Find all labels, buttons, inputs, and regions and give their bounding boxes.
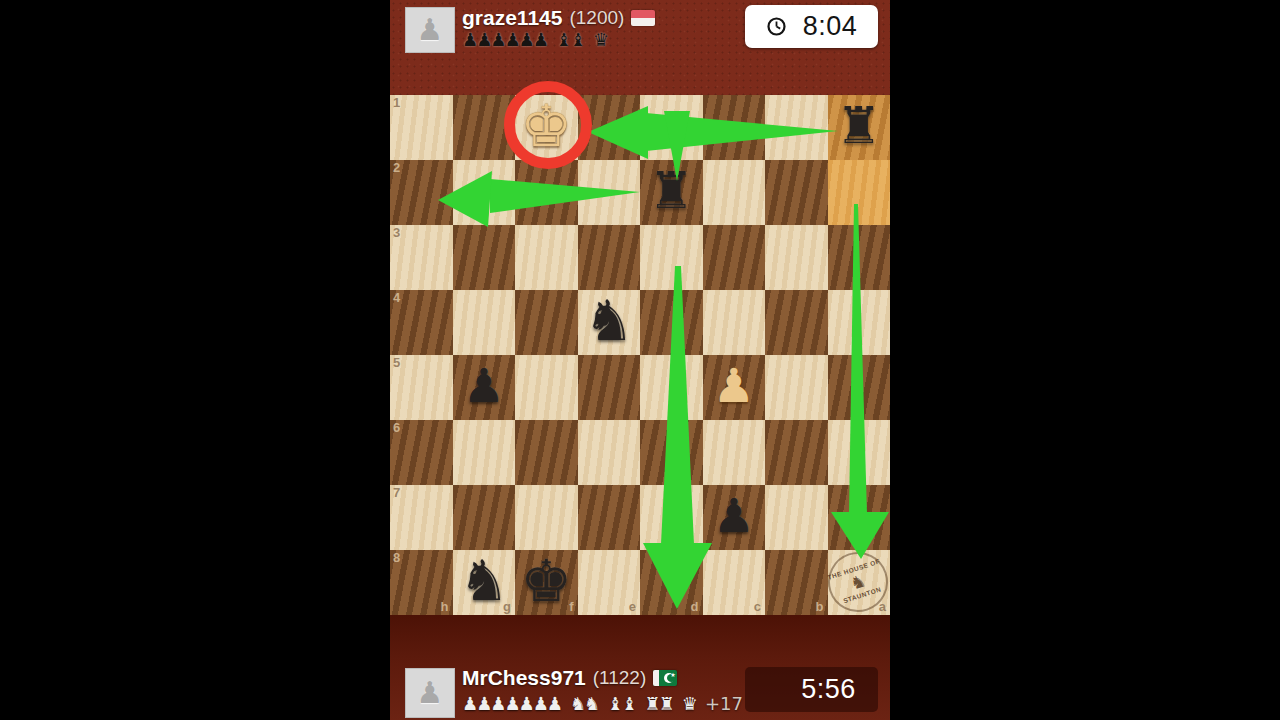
rank-label-4: 4 [393, 291, 400, 304]
square-c3[interactable] [703, 225, 766, 290]
black-pawn-g5: ♟ [463, 362, 505, 409]
square-d6[interactable] [640, 420, 703, 485]
top-player-info: graze1145 (1200) [462, 6, 655, 30]
square-d2[interactable]: ♜ [640, 160, 703, 225]
square-b2[interactable] [765, 160, 828, 225]
square-a4[interactable] [828, 290, 891, 355]
top-captured-pieces: ♟♟♟♟♟♟♝♝♛ [462, 31, 607, 49]
square-g8[interactable]: g♞ [453, 550, 516, 615]
square-f4[interactable] [515, 290, 578, 355]
square-d8[interactable]: d [640, 550, 703, 615]
square-f2[interactable] [515, 160, 578, 225]
chess-board: 1♚♜2♜34♞5♟♟67♟8hg♞f♚edcbaTHE HOUSE OF♞ST… [390, 95, 890, 615]
black-rook-d2: ♜ [648, 165, 694, 216]
black-knight-e4: ♞ [584, 293, 634, 349]
square-c8[interactable]: c [703, 550, 766, 615]
bottom-player-clock: 5:56 [745, 667, 878, 712]
indonesia-flag-icon [631, 10, 655, 26]
square-a2[interactable] [828, 160, 891, 225]
bottom-player-info: MrChess971 (1122) ★ [462, 666, 677, 690]
rank-label-6: 6 [393, 421, 400, 434]
square-d4[interactable] [640, 290, 703, 355]
black-pawn-c7: ♟ [713, 492, 755, 539]
avatar-bottom-player[interactable]: ♟ [405, 668, 455, 718]
rank-label-3: 3 [393, 226, 400, 239]
square-c5[interactable]: ♟ [703, 355, 766, 420]
square-f6[interactable] [515, 420, 578, 485]
rank-label-8: 8 [393, 551, 400, 564]
pakistan-flag-icon: ★ [653, 670, 677, 686]
square-d3[interactable] [640, 225, 703, 290]
game-stage: ♟ graze1145 (1200) ♟♟♟♟♟♟♝♝♛ 8:04 1♚♜2♜3… [390, 0, 890, 720]
screenshot-root: { "game": "chess", "position": { "fen": … [0, 0, 1280, 720]
square-f8[interactable]: f♚ [515, 550, 578, 615]
square-d5[interactable] [640, 355, 703, 420]
square-a3[interactable] [828, 225, 891, 290]
square-e5[interactable] [578, 355, 641, 420]
square-h7[interactable]: 7 [390, 485, 453, 550]
letterbox-left [0, 0, 390, 720]
square-g6[interactable] [453, 420, 516, 485]
square-b1[interactable] [765, 95, 828, 160]
top-player-rating: (1200) [569, 7, 624, 29]
black-knight-g8: ♞ [459, 553, 509, 609]
square-b7[interactable] [765, 485, 828, 550]
square-a7[interactable] [828, 485, 891, 550]
square-h2[interactable]: 2 [390, 160, 453, 225]
square-c6[interactable] [703, 420, 766, 485]
captured-queens: ♛ [682, 695, 696, 713]
rank-label-5: 5 [393, 356, 400, 369]
rank-label-7: 7 [393, 486, 400, 499]
square-e6[interactable] [578, 420, 641, 485]
letterbox-right [890, 0, 1280, 720]
captured-queens: ♛ [593, 31, 607, 49]
square-e3[interactable] [578, 225, 641, 290]
black-rook-a1: ♜ [836, 100, 882, 151]
rank-label-1: 1 [393, 96, 400, 109]
file-label-h: h [441, 600, 449, 613]
square-b3[interactable] [765, 225, 828, 290]
square-h3[interactable]: 3 [390, 225, 453, 290]
material-advantage: +17 [705, 693, 743, 714]
square-d1[interactable] [640, 95, 703, 160]
captured-pawns: ♟♟♟♟♟♟ [462, 31, 547, 49]
square-b5[interactable] [765, 355, 828, 420]
square-c7[interactable]: ♟ [703, 485, 766, 550]
captured-pawns: ♟♟♟♟♟♟♟ [462, 695, 561, 713]
square-g3[interactable] [453, 225, 516, 290]
top-player-clock: 8:04 [745, 5, 878, 48]
square-h6[interactable]: 6 [390, 420, 453, 485]
square-g5[interactable]: ♟ [453, 355, 516, 420]
square-e2[interactable] [578, 160, 641, 225]
square-f3[interactable] [515, 225, 578, 290]
captured-rooks: ♜♜ [645, 695, 673, 713]
square-b4[interactable] [765, 290, 828, 355]
pawn-avatar-icon: ♟ [417, 678, 444, 708]
pawn-avatar-icon: ♟ [417, 15, 444, 45]
square-h4[interactable]: 4 [390, 290, 453, 355]
red-circle-on-white-king [504, 81, 592, 169]
square-e8[interactable]: e [578, 550, 641, 615]
square-e4[interactable]: ♞ [578, 290, 641, 355]
square-a8[interactable]: aTHE HOUSE OF♞STAUNTON [828, 550, 891, 615]
square-b6[interactable] [765, 420, 828, 485]
square-c1[interactable] [703, 95, 766, 160]
top-player-name: graze1145 [462, 6, 562, 30]
bottom-player-rating: (1122) [593, 667, 647, 689]
bottom-clock-time: 5:56 [801, 674, 856, 705]
file-label-e: e [629, 600, 636, 613]
square-g4[interactable] [453, 290, 516, 355]
square-e7[interactable] [578, 485, 641, 550]
square-h1[interactable]: 1 [390, 95, 453, 160]
file-label-c: c [754, 600, 761, 613]
avatar-top-player[interactable]: ♟ [405, 7, 455, 53]
rank-label-2: 2 [393, 161, 400, 174]
file-label-b: b [816, 600, 824, 613]
square-c4[interactable] [703, 290, 766, 355]
square-g2[interactable] [453, 160, 516, 225]
square-a6[interactable] [828, 420, 891, 485]
square-a5[interactable] [828, 355, 891, 420]
square-f7[interactable] [515, 485, 578, 550]
square-f5[interactable] [515, 355, 578, 420]
black-king-f8: ♚ [520, 552, 572, 610]
bottom-player-name: MrChess971 [462, 666, 586, 690]
square-h8[interactable]: 8h [390, 550, 453, 615]
square-b8[interactable]: b [765, 550, 828, 615]
square-h5[interactable]: 5 [390, 355, 453, 420]
square-d7[interactable] [640, 485, 703, 550]
captured-bishops: ♝♝ [556, 31, 584, 49]
bottom-captured-pieces: ♟♟♟♟♟♟♟♞♞♝♝♜♜♛+17 [462, 693, 743, 714]
square-c2[interactable] [703, 160, 766, 225]
clock-icon [766, 16, 787, 37]
captured-bishops: ♝♝ [607, 695, 635, 713]
file-label-d: d [691, 600, 699, 613]
square-g7[interactable] [453, 485, 516, 550]
top-clock-time: 8:04 [803, 11, 858, 42]
square-a1[interactable]: ♜ [828, 95, 891, 160]
captured-knights: ♞♞ [570, 695, 598, 713]
white-pawn-c5: ♟ [713, 362, 755, 409]
